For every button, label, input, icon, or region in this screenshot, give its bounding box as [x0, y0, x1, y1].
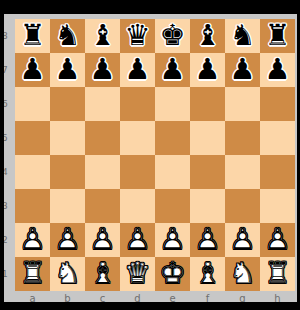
white-king-piece[interactable]: ♚♔ [155, 257, 190, 291]
black-king-piece[interactable]: ♚ [155, 19, 190, 53]
square-f3[interactable] [190, 189, 225, 223]
rank-label-5: 5 [4, 121, 15, 155]
white-pawn-piece[interactable]: ♟♙ [190, 223, 225, 257]
black-knight-icon: ♞ [225, 19, 260, 53]
white-bishop-piece[interactable]: ♝♗ [85, 257, 120, 291]
square-c7[interactable]: ♟ [85, 53, 120, 87]
square-b5[interactable] [50, 121, 85, 155]
rank-label-4: 4 [4, 155, 15, 189]
rank-label-1: 1 [4, 257, 15, 291]
black-queen-piece[interactable]: ♛ [120, 19, 155, 53]
square-d8[interactable]: ♛ [120, 19, 155, 53]
black-pawn-icon: ♟ [50, 53, 85, 87]
square-d1[interactable]: ♛♕ [120, 257, 155, 291]
square-h8[interactable]: ♜ [260, 19, 295, 53]
white-queen-outline-icon: ♕ [120, 257, 155, 291]
square-e6[interactable] [155, 87, 190, 121]
white-pawn-outline-icon: ♙ [50, 223, 85, 257]
black-queen-icon: ♛ [120, 19, 155, 53]
black-king-icon: ♚ [155, 19, 190, 53]
rank-label-7: 7 [4, 53, 15, 87]
white-knight-piece[interactable]: ♞♘ [225, 257, 260, 291]
square-d3[interactable] [120, 189, 155, 223]
file-label-h: h [260, 291, 295, 302]
white-pawn-piece[interactable]: ♟♙ [225, 223, 260, 257]
square-h3[interactable] [260, 189, 295, 223]
square-a1[interactable]: ♜♖ [15, 257, 50, 291]
black-bishop-icon: ♝ [85, 19, 120, 53]
square-h1[interactable]: ♜♖ [260, 257, 295, 291]
black-pawn-icon: ♟ [190, 53, 225, 87]
square-c2[interactable]: ♟♙ [85, 223, 120, 257]
black-pawn-icon: ♟ [120, 53, 155, 87]
white-bishop-outline-icon: ♗ [85, 257, 120, 291]
black-bishop-piece[interactable]: ♝ [190, 19, 225, 53]
square-f5[interactable] [190, 121, 225, 155]
file-label-f: f [190, 291, 225, 302]
black-pawn-icon: ♟ [260, 53, 295, 87]
white-bishop-outline-icon: ♗ [190, 257, 225, 291]
white-pawn-outline-icon: ♙ [260, 223, 295, 257]
white-pawn-outline-icon: ♙ [15, 223, 50, 257]
square-d5[interactable] [120, 121, 155, 155]
square-e2[interactable]: ♟♙ [155, 223, 190, 257]
white-pawn-piece[interactable]: ♟♙ [155, 223, 190, 257]
file-label-e: e [155, 291, 190, 302]
square-f6[interactable] [190, 87, 225, 121]
white-pawn-piece[interactable]: ♟♙ [85, 223, 120, 257]
white-king-outline-icon: ♔ [155, 257, 190, 291]
black-pawn-icon: ♟ [155, 53, 190, 87]
square-a7[interactable]: ♟ [15, 53, 50, 87]
white-knight-outline-icon: ♘ [50, 257, 85, 291]
black-bishop-icon: ♝ [190, 19, 225, 53]
square-f4[interactable] [190, 155, 225, 189]
black-bishop-piece[interactable]: ♝ [85, 19, 120, 53]
black-rook-icon: ♜ [260, 19, 295, 53]
file-label-g: g [225, 291, 260, 302]
rank-label-6: 6 [4, 87, 15, 121]
black-pawn-piece[interactable]: ♟ [120, 53, 155, 87]
white-pawn-outline-icon: ♙ [120, 223, 155, 257]
white-pawn-outline-icon: ♙ [155, 223, 190, 257]
file-label-c: c [85, 291, 120, 302]
square-g4[interactable] [225, 155, 260, 189]
black-pawn-icon: ♟ [15, 53, 50, 87]
black-rook-piece[interactable]: ♜ [260, 19, 295, 53]
square-c8[interactable]: ♝ [85, 19, 120, 53]
white-rook-piece[interactable]: ♜♖ [15, 257, 50, 291]
black-pawn-icon: ♟ [225, 53, 260, 87]
rank-label-3: 3 [4, 189, 15, 223]
square-f8[interactable]: ♝ [190, 19, 225, 53]
square-a8[interactable]: ♜ [15, 19, 50, 53]
white-pawn-outline-icon: ♙ [190, 223, 225, 257]
square-g5[interactable] [225, 121, 260, 155]
square-b6[interactable] [50, 87, 85, 121]
black-pawn-piece[interactable]: ♟ [155, 53, 190, 87]
black-pawn-piece[interactable]: ♟ [50, 53, 85, 87]
file-label-b: b [50, 291, 85, 302]
white-pawn-outline-icon: ♙ [225, 223, 260, 257]
square-d2[interactable]: ♟♙ [120, 223, 155, 257]
black-rook-piece[interactable]: ♜ [15, 19, 50, 53]
white-rook-outline-icon: ♖ [260, 257, 295, 291]
square-e8[interactable]: ♚ [155, 19, 190, 53]
square-a6[interactable] [15, 87, 50, 121]
black-pawn-piece[interactable]: ♟ [15, 53, 50, 87]
square-h7[interactable]: ♟ [260, 53, 295, 87]
square-a5[interactable] [15, 121, 50, 155]
white-knight-outline-icon: ♘ [225, 257, 260, 291]
square-h4[interactable] [260, 155, 295, 189]
square-a3[interactable] [15, 189, 50, 223]
white-queen-piece[interactable]: ♛♕ [120, 257, 155, 291]
square-e5[interactable] [155, 121, 190, 155]
square-b3[interactable] [50, 189, 85, 223]
square-c3[interactable] [85, 189, 120, 223]
square-h2[interactable]: ♟♙ [260, 223, 295, 257]
square-a4[interactable] [15, 155, 50, 189]
black-pawn-piece[interactable]: ♟ [190, 53, 225, 87]
square-g2[interactable]: ♟♙ [225, 223, 260, 257]
white-pawn-piece[interactable]: ♟♙ [120, 223, 155, 257]
square-c1[interactable]: ♝♗ [85, 257, 120, 291]
square-c5[interactable] [85, 121, 120, 155]
square-c4[interactable] [85, 155, 120, 189]
white-pawn-piece[interactable]: ♟♙ [260, 223, 295, 257]
square-e1[interactable]: ♚♔ [155, 257, 190, 291]
white-rook-outline-icon: ♖ [15, 257, 50, 291]
black-rook-icon: ♜ [15, 19, 50, 53]
white-pawn-piece[interactable]: ♟♙ [50, 223, 85, 257]
square-h6[interactable] [260, 87, 295, 121]
square-a2[interactable]: ♟♙ [15, 223, 50, 257]
square-b4[interactable] [50, 155, 85, 189]
rank-labels: 87654321 [4, 19, 15, 291]
black-knight-piece[interactable]: ♞ [225, 19, 260, 53]
square-f1[interactable]: ♝♗ [190, 257, 225, 291]
chess-board: ♜♞♝♛♚♝♞♜♟♟♟♟♟♟♟♟♟♙♟♙♟♙♟♙♟♙♟♙♟♙♟♙♜♖♞♘♝♗♛♕… [15, 19, 295, 291]
white-bishop-piece[interactable]: ♝♗ [190, 257, 225, 291]
square-f2[interactable]: ♟♙ [190, 223, 225, 257]
black-pawn-icon: ♟ [85, 53, 120, 87]
square-f7[interactable]: ♟ [190, 53, 225, 87]
square-g1[interactable]: ♞♘ [225, 257, 260, 291]
white-pawn-outline-icon: ♙ [85, 223, 120, 257]
square-c6[interactable] [85, 87, 120, 121]
file-label-a: a [15, 291, 50, 302]
square-h5[interactable] [260, 121, 295, 155]
board-frame: 87654321 ♜♞♝♛♚♝♞♜♟♟♟♟♟♟♟♟♟♙♟♙♟♙♟♙♟♙♟♙♟♙♟… [4, 14, 297, 302]
black-knight-piece[interactable]: ♞ [50, 19, 85, 53]
square-d6[interactable] [120, 87, 155, 121]
white-knight-piece[interactable]: ♞♘ [50, 257, 85, 291]
file-labels: abcdefgh [15, 291, 295, 302]
square-d7[interactable]: ♟ [120, 53, 155, 87]
square-b7[interactable]: ♟ [50, 53, 85, 87]
square-g8[interactable]: ♞ [225, 19, 260, 53]
square-e3[interactable] [155, 189, 190, 223]
square-b8[interactable]: ♞ [50, 19, 85, 53]
black-pawn-piece[interactable]: ♟ [85, 53, 120, 87]
square-e7[interactable]: ♟ [155, 53, 190, 87]
black-pawn-piece[interactable]: ♟ [225, 53, 260, 87]
square-d4[interactable] [120, 155, 155, 189]
square-e4[interactable] [155, 155, 190, 189]
file-label-d: d [120, 291, 155, 302]
square-g3[interactable] [225, 189, 260, 223]
square-g6[interactable] [225, 87, 260, 121]
black-pawn-piece[interactable]: ♟ [260, 53, 295, 87]
square-g7[interactable]: ♟ [225, 53, 260, 87]
black-knight-icon: ♞ [50, 19, 85, 53]
rank-label-2: 2 [4, 223, 15, 257]
square-b2[interactable]: ♟♙ [50, 223, 85, 257]
white-pawn-piece[interactable]: ♟♙ [15, 223, 50, 257]
square-b1[interactable]: ♞♘ [50, 257, 85, 291]
white-rook-piece[interactable]: ♜♖ [260, 257, 295, 291]
rank-label-8: 8 [4, 19, 15, 53]
